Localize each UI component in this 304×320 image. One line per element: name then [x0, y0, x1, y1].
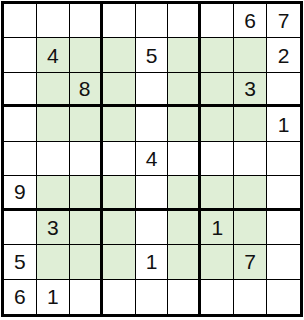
cell-r9c3[interactable]: [70, 280, 103, 314]
cell-r3c7[interactable]: [201, 73, 234, 107]
cell-r7c4[interactable]: [103, 211, 136, 245]
cell-r5c9[interactable]: [267, 142, 300, 176]
cell-r8c1[interactable]: 5: [4, 245, 37, 279]
given-digit: 6: [244, 10, 256, 31]
sudoku-board: 67452831493151761: [1, 1, 303, 317]
cell-r2c7[interactable]: [201, 38, 234, 72]
cell-r2c5[interactable]: 5: [136, 38, 169, 72]
cell-r3c8[interactable]: 3: [234, 73, 267, 107]
cell-r4c9[interactable]: 1: [267, 107, 300, 141]
cell-r8c8[interactable]: 7: [234, 245, 267, 279]
cell-r8c5[interactable]: 1: [136, 245, 169, 279]
cell-r2c9[interactable]: 2: [267, 38, 300, 72]
given-digit: 3: [47, 217, 59, 238]
given-digit: 1: [47, 286, 59, 307]
cell-r4c5[interactable]: [136, 107, 169, 141]
cell-r1c6[interactable]: [168, 4, 201, 38]
cell-r4c2[interactable]: [37, 107, 70, 141]
cell-r5c5[interactable]: 4: [136, 142, 169, 176]
given-digit: 7: [244, 251, 256, 272]
cell-r3c3[interactable]: 8: [70, 73, 103, 107]
given-digit: 5: [146, 45, 158, 66]
cell-r2c8[interactable]: [234, 38, 267, 72]
cell-r6c1[interactable]: 9: [4, 176, 37, 210]
cell-r4c3[interactable]: [70, 107, 103, 141]
cell-r6c2[interactable]: [37, 176, 70, 210]
cell-r9c2[interactable]: 1: [37, 280, 70, 314]
cell-r2c4[interactable]: [103, 38, 136, 72]
sudoku-page: 67452831493151761: [0, 0, 304, 320]
cell-r7c2[interactable]: 3: [37, 211, 70, 245]
given-digit: 3: [244, 78, 256, 99]
given-digit: 4: [146, 148, 158, 169]
cell-r5c3[interactable]: [70, 142, 103, 176]
cell-r5c4[interactable]: [103, 142, 136, 176]
cell-r9c6[interactable]: [168, 280, 201, 314]
cell-r3c1[interactable]: [4, 73, 37, 107]
cell-r3c4[interactable]: [103, 73, 136, 107]
cell-r3c9[interactable]: [267, 73, 300, 107]
cell-r6c4[interactable]: [103, 176, 136, 210]
cell-r7c6[interactable]: [168, 211, 201, 245]
cell-r7c5[interactable]: [136, 211, 169, 245]
cell-r2c6[interactable]: [168, 38, 201, 72]
cell-r6c8[interactable]: [234, 176, 267, 210]
cell-r1c3[interactable]: [70, 4, 103, 38]
cell-r9c7[interactable]: [201, 280, 234, 314]
cell-r4c7[interactable]: [201, 107, 234, 141]
cell-r1c5[interactable]: [136, 4, 169, 38]
cell-r8c4[interactable]: [103, 245, 136, 279]
given-digit: 1: [278, 114, 290, 135]
cell-r3c5[interactable]: [136, 73, 169, 107]
cell-r8c9[interactable]: [267, 245, 300, 279]
cell-r7c9[interactable]: [267, 211, 300, 245]
cell-r5c2[interactable]: [37, 142, 70, 176]
cell-r1c1[interactable]: [4, 4, 37, 38]
given-digit: 8: [79, 78, 91, 99]
cell-r2c3[interactable]: [70, 38, 103, 72]
cell-r1c8[interactable]: 6: [234, 4, 267, 38]
cell-r4c1[interactable]: [4, 107, 37, 141]
cell-r5c7[interactable]: [201, 142, 234, 176]
cell-r7c8[interactable]: [234, 211, 267, 245]
given-digit: 1: [146, 251, 158, 272]
cell-r6c3[interactable]: [70, 176, 103, 210]
cell-r1c9[interactable]: 7: [267, 4, 300, 38]
cell-r5c1[interactable]: [4, 142, 37, 176]
given-digit: 2: [278, 45, 290, 66]
cell-r3c6[interactable]: [168, 73, 201, 107]
cell-r7c3[interactable]: [70, 211, 103, 245]
cell-r8c2[interactable]: [37, 245, 70, 279]
cell-r6c5[interactable]: [136, 176, 169, 210]
cell-r6c6[interactable]: [168, 176, 201, 210]
cell-r9c9[interactable]: [267, 280, 300, 314]
cell-r9c4[interactable]: [103, 280, 136, 314]
cell-r3c2[interactable]: [37, 73, 70, 107]
cell-r9c5[interactable]: [136, 280, 169, 314]
cell-r2c1[interactable]: [4, 38, 37, 72]
cell-r4c8[interactable]: [234, 107, 267, 141]
cell-r7c7[interactable]: 1: [201, 211, 234, 245]
cell-r1c7[interactable]: [201, 4, 234, 38]
given-digit: 6: [14, 286, 26, 307]
given-digit: 4: [47, 45, 59, 66]
given-digit: 5: [14, 251, 26, 272]
cell-r4c4[interactable]: [103, 107, 136, 141]
cell-r5c6[interactable]: [168, 142, 201, 176]
cell-r5c8[interactable]: [234, 142, 267, 176]
cell-r7c1[interactable]: [4, 211, 37, 245]
cell-r1c2[interactable]: [37, 4, 70, 38]
given-digit: 9: [14, 181, 26, 202]
given-digit: 7: [278, 10, 290, 31]
cell-r8c3[interactable]: [70, 245, 103, 279]
cell-r8c6[interactable]: [168, 245, 201, 279]
cell-r1c4[interactable]: [103, 4, 136, 38]
cell-r9c1[interactable]: 6: [4, 280, 37, 314]
cell-r9c8[interactable]: [234, 280, 267, 314]
cell-r2c2[interactable]: 4: [37, 38, 70, 72]
given-digit: 1: [211, 217, 223, 238]
cell-r6c9[interactable]: [267, 176, 300, 210]
cell-r4c6[interactable]: [168, 107, 201, 141]
cell-r8c7[interactable]: [201, 245, 234, 279]
cell-r6c7[interactable]: [201, 176, 234, 210]
